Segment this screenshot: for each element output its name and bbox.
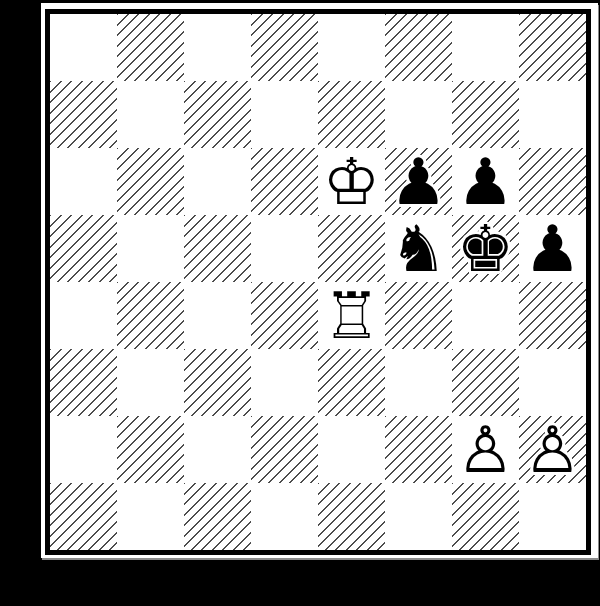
square-e8[interactable] xyxy=(318,14,385,81)
square-f5[interactable]: ♞ xyxy=(385,215,452,282)
square-h2[interactable]: ♟♙ xyxy=(519,416,586,483)
square-f6[interactable]: ♟ xyxy=(385,148,452,215)
square-b4[interactable] xyxy=(117,282,184,349)
square-a6[interactable] xyxy=(50,148,117,215)
white-rook-icon: ♖ xyxy=(318,282,385,349)
square-g5[interactable]: ♚ xyxy=(452,215,519,282)
piece-black-pawn-f6[interactable]: ♟ xyxy=(385,148,452,215)
square-a1[interactable] xyxy=(50,483,117,550)
square-h3[interactable] xyxy=(519,349,586,416)
piece-white-pawn-g2[interactable]: ♟♙ xyxy=(452,416,519,483)
square-h7[interactable] xyxy=(519,81,586,148)
square-h5[interactable]: ♟ xyxy=(519,215,586,282)
square-b1[interactable] xyxy=(117,483,184,550)
square-g8[interactable] xyxy=(452,14,519,81)
square-b2[interactable] xyxy=(117,416,184,483)
square-e2[interactable] xyxy=(318,416,385,483)
black-pawn-icon: ♟ xyxy=(385,148,452,215)
square-g3[interactable] xyxy=(452,349,519,416)
square-d5[interactable] xyxy=(251,215,318,282)
white-pawn-icon: ♙ xyxy=(519,416,586,483)
square-a8[interactable] xyxy=(50,14,117,81)
square-g4[interactable] xyxy=(452,282,519,349)
square-f4[interactable] xyxy=(385,282,452,349)
square-c1[interactable] xyxy=(184,483,251,550)
square-c6[interactable] xyxy=(184,148,251,215)
piece-white-king-e6[interactable]: ♚♔ xyxy=(318,148,385,215)
square-h8[interactable] xyxy=(519,14,586,81)
square-e3[interactable] xyxy=(318,349,385,416)
black-pawn-icon: ♟ xyxy=(519,215,586,282)
piece-white-pawn-h2[interactable]: ♟♙ xyxy=(519,416,586,483)
black-king-icon: ♚ xyxy=(452,215,519,282)
square-c2[interactable] xyxy=(184,416,251,483)
square-b5[interactable] xyxy=(117,215,184,282)
piece-black-king-g5[interactable]: ♚ xyxy=(452,215,519,282)
square-a4[interactable] xyxy=(50,282,117,349)
square-f2[interactable] xyxy=(385,416,452,483)
diagram-panel: ♚♔♟♟♞♚♟♜♖♟♙♟♙ xyxy=(41,3,598,558)
square-e6[interactable]: ♚♔ xyxy=(318,148,385,215)
white-king-icon: ♔ xyxy=(318,148,385,215)
page-background: ♚♔♟♟♞♚♟♜♖♟♙♟♙ xyxy=(0,0,600,606)
square-c3[interactable] xyxy=(184,349,251,416)
square-e4[interactable]: ♜♖ xyxy=(318,282,385,349)
square-f7[interactable] xyxy=(385,81,452,148)
square-g7[interactable] xyxy=(452,81,519,148)
square-c4[interactable] xyxy=(184,282,251,349)
square-d4[interactable] xyxy=(251,282,318,349)
square-b3[interactable] xyxy=(117,349,184,416)
square-b7[interactable] xyxy=(117,81,184,148)
square-a3[interactable] xyxy=(50,349,117,416)
square-d7[interactable] xyxy=(251,81,318,148)
square-d3[interactable] xyxy=(251,349,318,416)
black-knight-icon: ♞ xyxy=(385,215,452,282)
piece-black-knight-f5[interactable]: ♞ xyxy=(385,215,452,282)
square-f1[interactable] xyxy=(385,483,452,550)
white-pawn-icon: ♙ xyxy=(452,416,519,483)
chess-board: ♚♔♟♟♞♚♟♜♖♟♙♟♙ xyxy=(45,9,591,555)
square-a2[interactable] xyxy=(50,416,117,483)
square-c8[interactable] xyxy=(184,14,251,81)
square-a7[interactable] xyxy=(50,81,117,148)
square-d2[interactable] xyxy=(251,416,318,483)
piece-black-pawn-h5[interactable]: ♟ xyxy=(519,215,586,282)
square-c7[interactable] xyxy=(184,81,251,148)
square-f3[interactable] xyxy=(385,349,452,416)
square-g2[interactable]: ♟♙ xyxy=(452,416,519,483)
square-e1[interactable] xyxy=(318,483,385,550)
square-b6[interactable] xyxy=(117,148,184,215)
square-e7[interactable] xyxy=(318,81,385,148)
square-g1[interactable] xyxy=(452,483,519,550)
square-h6[interactable] xyxy=(519,148,586,215)
square-h1[interactable] xyxy=(519,483,586,550)
square-h4[interactable] xyxy=(519,282,586,349)
square-f8[interactable] xyxy=(385,14,452,81)
square-d8[interactable] xyxy=(251,14,318,81)
square-e5[interactable] xyxy=(318,215,385,282)
black-pawn-icon: ♟ xyxy=(452,148,519,215)
square-b8[interactable] xyxy=(117,14,184,81)
piece-black-pawn-g6[interactable]: ♟ xyxy=(452,148,519,215)
square-d6[interactable] xyxy=(251,148,318,215)
square-d1[interactable] xyxy=(251,483,318,550)
piece-white-rook-e4[interactable]: ♜♖ xyxy=(318,282,385,349)
square-a5[interactable] xyxy=(50,215,117,282)
square-c5[interactable] xyxy=(184,215,251,282)
square-g6[interactable]: ♟ xyxy=(452,148,519,215)
